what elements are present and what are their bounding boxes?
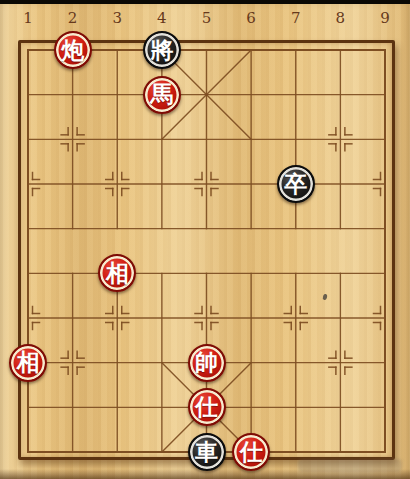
pieces-layer: 炮將馬卒相相帥仕車仕	[0, 0, 410, 479]
piece-red-advisor[interactable]: 仕	[232, 433, 270, 471]
piece-black-chariot[interactable]: 車	[188, 433, 226, 471]
piece-red-elephant[interactable]: 相	[9, 344, 47, 382]
piece-red-elephant[interactable]: 相	[98, 254, 136, 292]
piece-red-advisor[interactable]: 仕	[188, 388, 226, 426]
piece-black-soldier[interactable]: 卒	[277, 165, 315, 203]
bottom-shadow	[0, 469, 410, 479]
piece-red-general[interactable]: 帥	[188, 344, 226, 382]
piece-black-general[interactable]: 將	[143, 31, 181, 69]
piece-red-horse[interactable]: 馬	[143, 76, 181, 114]
xiangqi-board-screen: 123456789 炮將馬卒相相帥仕車仕	[0, 0, 410, 479]
piece-red-cannon[interactable]: 炮	[54, 31, 92, 69]
